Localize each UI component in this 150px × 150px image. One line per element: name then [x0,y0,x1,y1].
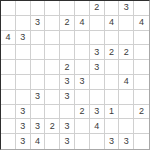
cell-r10c6[interactable] [75,134,90,149]
cell-r1c9[interactable]: 3 [119,1,134,16]
cell-r2c1[interactable] [1,16,16,31]
cell-r8c1[interactable] [1,105,16,120]
cell-r6c6[interactable]: 3 [75,75,90,90]
cell-r10c7[interactable] [90,134,105,149]
cell-r9c10[interactable] [134,119,149,134]
cell-r10c8[interactable]: 3 [105,134,120,149]
cell-r3c4[interactable] [45,31,60,46]
cell-r1c4[interactable] [45,1,60,16]
cell-r4c5[interactable] [60,45,75,60]
cell-r8c7[interactable]: 3 [90,105,105,120]
cell-r2c6[interactable]: 4 [75,16,90,31]
cell-r5c5[interactable]: 2 [60,60,75,75]
cell-r8c3[interactable] [31,105,46,120]
cell-r5c1[interactable] [1,60,16,75]
cell-r5c4[interactable] [45,60,60,75]
cell-r1c3[interactable] [31,1,46,16]
cell-r1c7[interactable]: 2 [90,1,105,16]
cell-r8c6[interactable]: 2 [75,105,90,120]
cell-r10c3[interactable]: 4 [31,134,46,149]
cell-r2c4[interactable] [45,16,60,31]
cell-r10c10[interactable] [134,134,149,149]
puzzle-board: 2332444433222333433323123323434333 [0,0,150,150]
cell-r4c8[interactable]: 2 [105,45,120,60]
cell-r1c1[interactable] [1,1,16,16]
cell-r4c7[interactable]: 3 [90,45,105,60]
cell-r4c10[interactable] [134,45,149,60]
cell-r6c8[interactable] [105,75,120,90]
cell-r4c1[interactable] [1,45,16,60]
cell-r7c4[interactable] [45,90,60,105]
cell-r9c2[interactable]: 3 [16,119,31,134]
cell-r7c10[interactable] [134,90,149,105]
cell-r3c10[interactable] [134,31,149,46]
cell-r4c4[interactable] [45,45,60,60]
cell-r5c7[interactable]: 3 [90,60,105,75]
cell-r5c3[interactable] [31,60,46,75]
cell-r10c2[interactable]: 3 [16,134,31,149]
cell-r9c1[interactable] [1,119,16,134]
cell-r2c5[interactable]: 2 [60,16,75,31]
cell-r3c7[interactable] [90,31,105,46]
cell-r9c8[interactable] [105,119,120,134]
cell-r6c4[interactable] [45,75,60,90]
cell-r5c10[interactable] [134,60,149,75]
cell-r9c9[interactable] [119,119,134,134]
cell-r2c3[interactable]: 3 [31,16,46,31]
cell-r7c3[interactable]: 3 [31,90,46,105]
cell-r2c10[interactable]: 4 [134,16,149,31]
cell-r8c4[interactable] [45,105,60,120]
cell-r8c10[interactable]: 2 [134,105,149,120]
cell-r7c1[interactable] [1,90,16,105]
cell-r4c2[interactable] [16,45,31,60]
cell-r9c3[interactable]: 3 [31,119,46,134]
cell-r6c10[interactable] [134,75,149,90]
cell-r2c7[interactable] [90,16,105,31]
cell-r7c5[interactable]: 3 [60,90,75,105]
cell-r3c3[interactable] [31,31,46,46]
cell-r3c8[interactable] [105,31,120,46]
cell-r6c2[interactable] [16,75,31,90]
cell-r2c9[interactable] [119,16,134,31]
cell-r3c5[interactable] [60,31,75,46]
cell-r9c6[interactable] [75,119,90,134]
cell-r5c6[interactable] [75,60,90,75]
cell-r8c5[interactable] [60,105,75,120]
cell-r1c5[interactable] [60,1,75,16]
cell-r2c2[interactable] [16,16,31,31]
cell-r9c4[interactable]: 2 [45,119,60,134]
cell-r10c1[interactable] [1,134,16,149]
cell-r1c8[interactable] [105,1,120,16]
cell-r2c8[interactable]: 4 [105,16,120,31]
cell-r10c5[interactable]: 3 [60,134,75,149]
cell-r5c2[interactable] [16,60,31,75]
cell-r4c9[interactable]: 2 [119,45,134,60]
cell-r4c3[interactable] [31,45,46,60]
cell-r1c2[interactable] [16,1,31,16]
cell-r7c7[interactable] [90,90,105,105]
cell-r3c2[interactable]: 3 [16,31,31,46]
cell-r3c9[interactable] [119,31,134,46]
cell-r4c6[interactable] [75,45,90,60]
cell-r7c6[interactable] [75,90,90,105]
cell-r9c5[interactable]: 3 [60,119,75,134]
cell-r1c6[interactable] [75,1,90,16]
cell-r1c10[interactable] [134,1,149,16]
cell-r7c8[interactable] [105,90,120,105]
cell-r6c7[interactable] [90,75,105,90]
cell-r8c2[interactable]: 3 [16,105,31,120]
cell-r7c2[interactable] [16,90,31,105]
cell-r9c7[interactable]: 4 [90,119,105,134]
cell-r5c9[interactable] [119,60,134,75]
cell-r10c4[interactable] [45,134,60,149]
cell-r10c9[interactable]: 3 [119,134,134,149]
cell-r3c1[interactable]: 4 [1,31,16,46]
cell-r6c1[interactable] [1,75,16,90]
cell-r6c3[interactable] [31,75,46,90]
cell-r7c9[interactable] [119,90,134,105]
cell-r3c6[interactable] [75,31,90,46]
cell-r8c9[interactable] [119,105,134,120]
cell-r6c5[interactable]: 3 [60,75,75,90]
cell-r6c9[interactable]: 4 [119,75,134,90]
cell-r5c8[interactable] [105,60,120,75]
cell-r8c8[interactable]: 1 [105,105,120,120]
